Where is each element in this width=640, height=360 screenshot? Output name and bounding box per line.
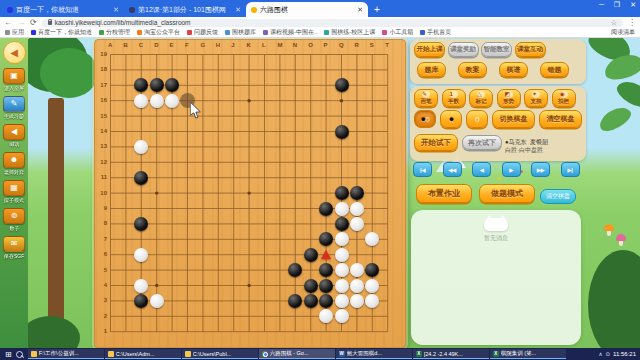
- stone-black-P4[interactable]: [319, 279, 333, 293]
- stone-white-R9[interactable]: [350, 202, 364, 216]
- tree-trunk: [48, 98, 64, 348]
- bookmark-favicon: [324, 30, 329, 35]
- flower: [498, 177, 501, 180]
- stone-black-O4[interactable]: [304, 279, 318, 293]
- class-button-4[interactable]: 课堂互动: [515, 42, 546, 57]
- bookmarks-bar: 应用百度一下，你就知道分校管理淘宝公众平台问题反馈围棋题库课程视频-中围在..围…: [0, 28, 640, 38]
- horn-icon: ◀: [3, 124, 25, 140]
- sidebar-item-label: 保存SGF: [4, 253, 24, 259]
- stone-black-P9[interactable]: [319, 202, 333, 216]
- tab-title: 六路围棋: [260, 5, 354, 15]
- taskbar-window-2[interactable]: C:\Users\Adm...: [105, 349, 181, 359]
- lock-icon: [48, 21, 52, 25]
- playback-button-2[interactable]: ◀◀: [443, 162, 462, 177]
- bookmark-favicon: [382, 30, 387, 35]
- new-tab-button[interactable]: +: [374, 4, 380, 15]
- stone-white-R5[interactable]: [350, 263, 364, 277]
- close-icon[interactable]: ✕: [630, 1, 636, 9]
- stone-black-Q10[interactable]: [335, 186, 349, 200]
- folder-icon: [108, 351, 114, 357]
- stone-white-Q9[interactable]: [335, 202, 349, 216]
- browser-tab-2[interactable]: 第12课·第1部分 - 101围棋网✕: [124, 2, 246, 17]
- sidebar-items: ▣进入全屏✎生成习题◀喊话☻老师对弈▦摆子模式⊚数子✉保存SGF: [3, 64, 25, 260]
- stone-white-E16[interactable]: [165, 94, 179, 108]
- stone-black-C8[interactable]: [134, 217, 148, 231]
- class-button-3[interactable]: 智能教室: [481, 42, 512, 57]
- bookmark-label: 淘宝公众平台: [144, 28, 180, 37]
- tab-favicon: [251, 7, 257, 13]
- bookmark-favicon: [263, 30, 268, 35]
- stone-white-C13[interactable]: [134, 140, 148, 154]
- system-tray: ∧⊙: [598, 351, 613, 357]
- tool-label: 拍照: [558, 98, 569, 105]
- sidebar-item-label: 老师对弈: [4, 169, 24, 175]
- tool-button-6[interactable]: ◉拍照: [552, 89, 576, 107]
- stone-black-R10[interactable]: [350, 186, 364, 200]
- sidebar-item-place-stones[interactable]: ▦摆子模式: [3, 180, 25, 204]
- browser-tab-1[interactable]: 百度一下，你就知道✕: [2, 2, 124, 17]
- browser-tab-3[interactable]: 六路围棋✕: [246, 2, 368, 17]
- minimize-icon[interactable]: ─: [599, 1, 604, 9]
- excel-icon: X: [416, 351, 422, 357]
- stone-white-R3[interactable]: [350, 294, 364, 308]
- stone-white-R8[interactable]: [350, 217, 364, 231]
- bookmark-label: 百度一下，你就知道: [38, 28, 92, 37]
- no-message-text: 暂无消息: [484, 234, 508, 243]
- screen: 百度一下，你就知道✕第12课·第1部分 - 101围棋网✕六路围棋✕ + ─❐✕…: [0, 0, 640, 360]
- taskbar-window-1[interactable]: F:\工作\公益训...: [28, 349, 104, 359]
- word-icon: W: [339, 351, 345, 357]
- browser-tab-strip: 百度一下，你就知道✕第12课·第1部分 - 101围棋网✕六路围棋✕ + ─❐✕: [0, 0, 640, 17]
- taskbar-clock: 11:56:21: [613, 351, 640, 357]
- tool-button-2[interactable]: 1手数: [442, 89, 466, 107]
- start-trial-button[interactable]: 开始试下: [414, 134, 458, 151]
- resource-button-2[interactable]: 教案: [458, 62, 487, 77]
- tab-close-icon[interactable]: ✕: [113, 6, 119, 14]
- clear-board-cyan-button[interactable]: 清空棋盘: [540, 189, 576, 204]
- start-button[interactable]: ⊞: [5, 350, 12, 359]
- stone-mode-alternate[interactable]: ●○: [414, 110, 436, 128]
- stone-white-D16[interactable]: [150, 94, 164, 108]
- tool-icon: ◉: [560, 91, 568, 98]
- game-result: 白胜·白中盘胜: [505, 146, 548, 154]
- bookmark-favicon: [31, 30, 36, 35]
- bookmark-list: 应用百度一下，你就知道分校管理淘宝公众平台问题反馈围棋题库课程视频-中围在..围…: [5, 28, 605, 37]
- tab-list: 百度一下，你就知道✕第12课·第1部分 - 101围棋网✕六路围棋✕: [2, 2, 368, 17]
- browser-toolbar: ← → ⟳ kaoshi.yikeweiqi.com/lib/multimedi…: [0, 17, 640, 28]
- stone-white-C6[interactable]: [134, 248, 148, 262]
- bookmark-item[interactable]: 问题反馈: [187, 28, 218, 37]
- url-text: kaoshi.yikeweiqi.com/lib/multimedia_clas…: [55, 19, 191, 26]
- black-player-name: ●马克东: [505, 139, 527, 145]
- excel-icon: X: [493, 351, 499, 357]
- bookmark-favicon: [5, 30, 10, 35]
- taskbar-window-label: 鲍大雷围棋d...: [347, 350, 382, 357]
- stone-black-O3[interactable]: [304, 294, 318, 308]
- leaf: [596, 103, 634, 136]
- stone-white-S3[interactable]: [365, 294, 379, 308]
- problem-mode-button[interactable]: 做题模式: [479, 184, 535, 203]
- stone-black-C17[interactable]: [134, 78, 148, 92]
- playback-button-6[interactable]: ▶|: [561, 162, 580, 177]
- sidebar-item-generate-exercise[interactable]: ✎生成习题: [3, 96, 25, 120]
- sidebar-item-count[interactable]: ⊚数子: [3, 208, 25, 232]
- stone-white-S7[interactable]: [365, 232, 379, 246]
- bookmark-item[interactable]: 围棋题库: [225, 28, 256, 37]
- playback-button-5[interactable]: ▶▶: [531, 162, 550, 177]
- bookmark-favicon: [137, 30, 142, 35]
- taskbar-window-label: 六路围棋 - Go...: [270, 350, 309, 357]
- left-sidebar: ◀ ▣进入全屏✎生成习题◀喊话☻老师对弈▦摆子模式⊚数子✉保存SGF: [0, 38, 28, 348]
- fullscreen-icon: ▣: [3, 68, 25, 84]
- game-info: ●马克东 麦银韶 白胜·白中盘胜: [505, 138, 548, 154]
- sidebar-item-teacher-play[interactable]: ☻老师对弈: [3, 152, 25, 176]
- folder-icon: [185, 351, 191, 357]
- stones-layer: [95, 40, 405, 347]
- bush: [20, 316, 80, 348]
- classroom-app: ◀ ▣进入全屏✎生成习题◀喊话☻老师对弈▦摆子模式⊚数子✉保存SGF ABCDE…: [0, 38, 640, 348]
- resource-button-3[interactable]: 棋谱: [499, 62, 528, 77]
- tool-button-1[interactable]: ✎画笔: [414, 89, 438, 107]
- stone-white-Q2[interactable]: [335, 309, 349, 323]
- back-circle-button[interactable]: ◀: [3, 41, 26, 64]
- folder-icon: [31, 351, 37, 357]
- tool-icon: 1: [450, 91, 458, 98]
- tool-label: 手数: [448, 98, 459, 105]
- resource-button-4[interactable]: 错题: [540, 62, 569, 77]
- taskbar-window-6[interactable]: X[24.2 -2.4 49K...: [413, 349, 489, 359]
- tool-button-3[interactable]: △标记: [469, 89, 493, 107]
- tool-button-5[interactable]: ✦支招: [524, 89, 548, 107]
- sidebar-item-save-sgf[interactable]: ✉保存SGF: [3, 236, 25, 260]
- stone-white-Q3[interactable]: [335, 294, 349, 308]
- tray-icon[interactable]: ⊙: [605, 351, 610, 357]
- bookmark-star-icon[interactable]: ☆: [611, 19, 617, 27]
- bookmark-item[interactable]: 手机首页: [420, 28, 451, 37]
- white-stone-glyph: ○: [475, 114, 479, 124]
- white-player-name: 麦银韶: [530, 139, 548, 145]
- stone-white-P2[interactable]: [319, 309, 333, 323]
- bookmark-label: 分校管理: [106, 28, 130, 37]
- tool-icon: ✎: [422, 91, 430, 98]
- stone-mode-white[interactable]: ○: [466, 110, 488, 128]
- bookmark-item[interactable]: 小工具箱: [382, 28, 413, 37]
- stone-black-O6[interactable]: [304, 248, 318, 262]
- stone-black-E17[interactable]: [165, 78, 179, 92]
- taskbar-window-label: C:\Users\Adm...: [116, 351, 155, 357]
- bookmark-label: 问题反馈: [194, 28, 218, 37]
- reading-list-button[interactable]: 阅读清单: [611, 28, 635, 37]
- menu-dots-icon[interactable]: ⋮: [628, 19, 636, 27]
- switch-board-button[interactable]: 切换棋盘: [492, 110, 535, 128]
- stone-black-P7[interactable]: [319, 232, 333, 246]
- bookmark-item[interactable]: 课程视频-中围在..: [263, 28, 317, 37]
- save-sgf-icon: ✉: [3, 236, 25, 252]
- retry-trial-button[interactable]: 再次试下: [462, 135, 502, 150]
- clear-board-button[interactable]: 清空棋盘: [539, 110, 582, 128]
- stone-black-C11[interactable]: [134, 171, 148, 185]
- bookmark-label: 围棋题库: [232, 28, 256, 37]
- stone-black-N3[interactable]: [288, 294, 302, 308]
- leaf: [613, 76, 640, 111]
- stone-white-C16[interactable]: [134, 94, 148, 108]
- tool-icon: ✦: [532, 91, 540, 98]
- tool-icon: ◩: [505, 91, 513, 98]
- tab-title: 第12课·第1部分 - 101围棋网: [138, 5, 232, 15]
- assign-homework-button[interactable]: 布置作业: [416, 184, 472, 203]
- stone-black-D17[interactable]: [150, 78, 164, 92]
- stone-white-R4[interactable]: [350, 279, 364, 293]
- sidebar-item-fullscreen[interactable]: ▣进入全屏: [3, 68, 25, 92]
- stone-mode-black[interactable]: ●: [440, 110, 462, 128]
- class-button-1[interactable]: 开始上课: [414, 42, 445, 57]
- tool-label: 形势: [503, 98, 514, 105]
- search-icon[interactable]: [16, 351, 23, 358]
- sidebar-item-label: 摆子模式: [4, 197, 24, 203]
- reload-icon[interactable]: ⟳: [30, 19, 37, 27]
- stone-white-S4[interactable]: [365, 279, 379, 293]
- bookmark-item[interactable]: 应用: [5, 28, 24, 37]
- tab-favicon: [129, 7, 135, 13]
- stone-white-C4[interactable]: [134, 279, 148, 293]
- bookmark-item[interactable]: 围棋练-校区上课: [324, 28, 375, 37]
- tool-icon: △: [477, 91, 485, 98]
- bookmark-label: 围棋练-校区上课: [331, 28, 375, 37]
- stone-black-N5[interactable]: [288, 263, 302, 277]
- stone-white-Q6[interactable]: [335, 248, 349, 262]
- count-icon: ⊚: [3, 208, 25, 224]
- tab-title: 百度一下，你就知道: [16, 5, 110, 15]
- resource-button-1[interactable]: 题库: [417, 62, 446, 77]
- taskbar-window-label: [24.2 -2.4 49K...: [424, 351, 463, 357]
- tray-icon[interactable]: ∧: [598, 351, 602, 357]
- tab-close-icon[interactable]: ✕: [357, 6, 363, 14]
- sidebar-item-horn[interactable]: ◀喊话: [3, 124, 25, 148]
- sidebar-item-label: 生成习题: [4, 113, 24, 119]
- stone-black-Q17[interactable]: [335, 78, 349, 92]
- playback-button-3[interactable]: ◀: [472, 162, 491, 177]
- bookmark-item[interactable]: 淘宝公众平台: [137, 28, 180, 37]
- tool-label: 支招: [531, 98, 542, 105]
- taskbar-window-label: C:\Users\Publ...: [193, 351, 232, 357]
- bookmark-favicon: [187, 30, 192, 35]
- bookmark-favicon: [99, 30, 104, 35]
- sidebar-item-label: 喊话: [9, 141, 19, 147]
- stone-white-D3[interactable]: [150, 294, 164, 308]
- stone-black-Q14[interactable]: [335, 125, 349, 139]
- chrome-icon: [262, 351, 268, 357]
- maximize-icon[interactable]: ❐: [614, 1, 620, 9]
- address-bar[interactable]: kaoshi.yikeweiqi.com/lib/multimedia_clas…: [42, 19, 623, 27]
- back-icon[interactable]: ←: [4, 19, 12, 27]
- taskbar-window-7[interactable]: X棋院集训 (第...: [490, 349, 566, 359]
- bookmark-label: 小工具箱: [389, 28, 413, 37]
- stone-black-C3[interactable]: [134, 294, 148, 308]
- windows-taskbar: ⊞ F:\工作\公益训...C:\Users\Adm...C:\Users\Pu…: [0, 348, 640, 360]
- generate-exercise-icon: ✎: [3, 96, 25, 112]
- bush: [588, 250, 640, 348]
- stone-white-Q5[interactable]: [335, 263, 349, 277]
- bookmark-favicon: [420, 30, 425, 35]
- bookmark-label: 手机首页: [427, 28, 451, 37]
- taskbar-windows: F:\工作\公益训...C:\Users\Adm...C:\Users\Publ…: [28, 349, 567, 359]
- white-stone-glyph: ○: [425, 114, 429, 124]
- playback-button-1[interactable]: |◀: [413, 162, 432, 177]
- stone-black-Q8[interactable]: [335, 217, 349, 231]
- tool-label: 标记: [476, 98, 487, 105]
- go-board[interactable]: ABCDEFGHJKLMNOPQRST191817161514131211109…: [94, 39, 406, 348]
- sidebar-item-label: 进入全屏: [4, 85, 24, 91]
- bookmark-item[interactable]: 百度一下，你就知道: [31, 28, 92, 37]
- tool-label: 画笔: [421, 98, 432, 105]
- last-move-triangle-P6: [321, 250, 331, 259]
- window-controls: ─❐✕: [599, 1, 636, 9]
- mouse-cursor: [190, 102, 201, 119]
- bookmark-label: 课程视频-中围在..: [270, 28, 317, 37]
- teacher-play-icon: ☻: [3, 152, 25, 168]
- taskbar-window-3[interactable]: C:\Users\Publ...: [182, 349, 258, 359]
- bookmark-favicon: [225, 30, 230, 35]
- stone-white-Q7[interactable]: [335, 232, 349, 246]
- taskbar-window-4[interactable]: 六路围棋 - Go...: [259, 349, 335, 359]
- stone-black-P3[interactable]: [319, 294, 333, 308]
- tool-button-4[interactable]: ◩形势: [497, 89, 521, 107]
- stone-black-S5[interactable]: [365, 263, 379, 277]
- class-button-2[interactable]: 课堂奖励: [448, 42, 479, 57]
- tab-close-icon[interactable]: ✕: [235, 6, 241, 14]
- tab-favicon: [7, 7, 13, 13]
- taskbar-window-label: 棋院集训 (第...: [501, 350, 536, 357]
- sidebar-item-label: 数子: [9, 225, 19, 231]
- stone-white-Q4[interactable]: [335, 279, 349, 293]
- forward-icon[interactable]: →: [17, 19, 25, 27]
- cat-icon: [484, 218, 508, 231]
- place-stones-icon: ▦: [3, 180, 25, 196]
- bookmark-label: 应用: [12, 28, 24, 37]
- tree-canopy: [40, 48, 98, 98]
- stone-black-P5[interactable]: [319, 263, 333, 277]
- bookmark-item[interactable]: 分校管理: [99, 28, 130, 37]
- black-stone-glyph: ●: [449, 114, 453, 124]
- taskbar-window-5[interactable]: W鲍大雷围棋d...: [336, 349, 412, 359]
- taskbar-window-label: F:\工作\公益训...: [39, 350, 79, 357]
- message-panel: 暂无消息: [411, 210, 581, 345]
- playback-button-4[interactable]: ▶: [502, 162, 521, 177]
